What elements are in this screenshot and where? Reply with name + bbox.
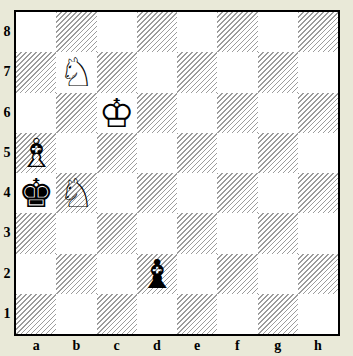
piece-white-knight: ♘ [58,52,94,92]
square-h4[interactable] [298,173,338,213]
square-c1[interactable] [97,294,137,334]
square-h7[interactable] [298,52,338,92]
square-d4[interactable] [137,173,177,213]
square-b8[interactable] [56,12,96,52]
rank-label-5: 5 [0,133,14,173]
square-f2[interactable] [217,254,257,294]
square-a2[interactable] [16,254,56,294]
square-e2[interactable] [177,254,217,294]
rank-label-8: 8 [0,12,14,52]
square-f5[interactable] [217,133,257,173]
square-e4[interactable] [177,173,217,213]
file-label-b: b [56,336,96,356]
square-g5[interactable] [258,133,298,173]
square-d6[interactable] [137,93,177,133]
square-d7[interactable] [137,52,177,92]
square-c6[interactable]: ♔ [97,93,137,133]
square-f8[interactable] [217,12,257,52]
square-e1[interactable] [177,294,217,334]
square-e6[interactable] [177,93,217,133]
file-label-f: f [217,336,257,356]
square-g6[interactable] [258,93,298,133]
square-h1[interactable] [298,294,338,334]
square-a7[interactable] [16,52,56,92]
square-a4[interactable]: ♚ [16,173,56,213]
square-g8[interactable] [258,12,298,52]
file-labels: abcdefgh [16,336,338,356]
square-f1[interactable] [217,294,257,334]
square-b7[interactable]: ♘ [56,52,96,92]
file-label-d: d [137,336,177,356]
square-a5[interactable]: ♗ [16,133,56,173]
square-f7[interactable] [217,52,257,92]
rank-label-3: 3 [0,213,14,253]
square-b1[interactable] [56,294,96,334]
square-d2[interactable]: ♝ [137,254,177,294]
square-b5[interactable] [56,133,96,173]
file-label-e: e [177,336,217,356]
square-b4[interactable]: ♘ [56,173,96,213]
square-a6[interactable] [16,93,56,133]
square-f4[interactable] [217,173,257,213]
chess-diagram: 87654321 ♘♔♗♚♘♝ abcdefgh [0,0,353,356]
file-label-a: a [16,336,56,356]
square-g1[interactable] [258,294,298,334]
rank-label-2: 2 [0,254,14,294]
square-g4[interactable] [258,173,298,213]
square-e5[interactable] [177,133,217,173]
piece-white-king: ♔ [99,93,135,133]
square-a1[interactable] [16,294,56,334]
square-e7[interactable] [177,52,217,92]
square-c5[interactable] [97,133,137,173]
rank-label-1: 1 [0,294,14,334]
square-b2[interactable] [56,254,96,294]
square-h5[interactable] [298,133,338,173]
square-d5[interactable] [137,133,177,173]
square-g3[interactable] [258,213,298,253]
square-d8[interactable] [137,12,177,52]
piece-black-bishop: ♝ [139,254,175,294]
square-c4[interactable] [97,173,137,213]
file-label-h: h [298,336,338,356]
square-a8[interactable] [16,12,56,52]
square-a3[interactable] [16,213,56,253]
square-f6[interactable] [217,93,257,133]
square-g7[interactable] [258,52,298,92]
square-h8[interactable] [298,12,338,52]
square-d1[interactable] [137,294,177,334]
square-h2[interactable] [298,254,338,294]
square-d3[interactable] [137,213,177,253]
rank-label-6: 6 [0,93,14,133]
piece-white-knight: ♘ [58,173,94,213]
square-h6[interactable] [298,93,338,133]
file-label-c: c [97,336,137,356]
square-e3[interactable] [177,213,217,253]
square-c7[interactable] [97,52,137,92]
rank-label-4: 4 [0,173,14,213]
chess-board: ♘♔♗♚♘♝ [14,10,340,336]
square-c8[interactable] [97,12,137,52]
file-label-g: g [258,336,298,356]
square-b6[interactable] [56,93,96,133]
piece-white-bishop: ♗ [18,133,54,173]
square-g2[interactable] [258,254,298,294]
piece-black-king: ♚ [18,173,54,213]
rank-label-7: 7 [0,52,14,92]
square-b3[interactable] [56,213,96,253]
square-c3[interactable] [97,213,137,253]
rank-labels: 87654321 [0,12,14,334]
square-h3[interactable] [298,213,338,253]
square-c2[interactable] [97,254,137,294]
square-e8[interactable] [177,12,217,52]
square-f3[interactable] [217,213,257,253]
